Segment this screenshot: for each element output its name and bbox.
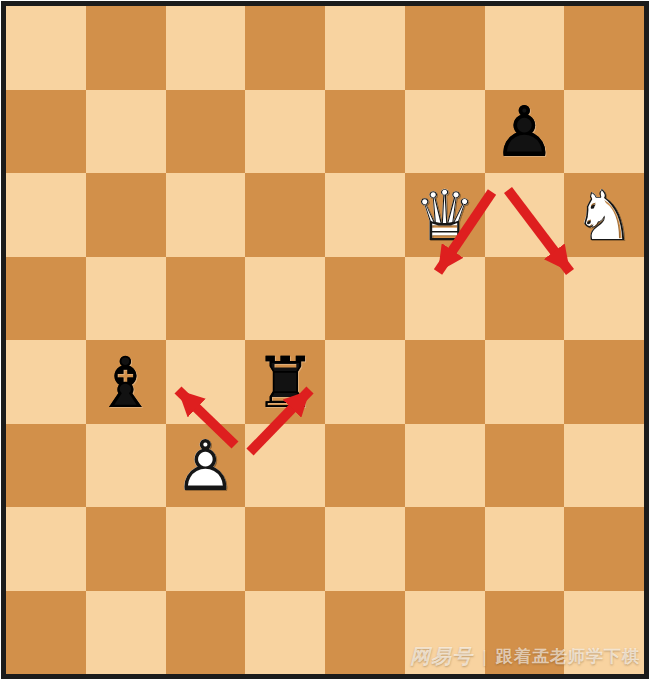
square-e4[interactable] bbox=[325, 340, 405, 424]
square-b2[interactable] bbox=[86, 507, 166, 591]
square-c3[interactable]: ♟♙ bbox=[166, 424, 246, 508]
square-e6[interactable] bbox=[325, 173, 405, 257]
square-h6[interactable]: ♞♘ bbox=[564, 173, 644, 257]
square-a4[interactable] bbox=[6, 340, 86, 424]
square-b4[interactable]: ♝♗ bbox=[86, 340, 166, 424]
square-f2[interactable] bbox=[405, 507, 485, 591]
square-h4[interactable] bbox=[564, 340, 644, 424]
black-pawn-outline: ♙ bbox=[493, 97, 556, 167]
square-c1[interactable] bbox=[166, 591, 246, 675]
square-d8[interactable] bbox=[245, 6, 325, 90]
square-c5[interactable] bbox=[166, 257, 246, 341]
square-a6[interactable] bbox=[6, 173, 86, 257]
square-f3[interactable] bbox=[405, 424, 485, 508]
square-g1[interactable] bbox=[485, 591, 565, 675]
square-a1[interactable] bbox=[6, 591, 86, 675]
square-d3[interactable] bbox=[245, 424, 325, 508]
square-c2[interactable] bbox=[166, 507, 246, 591]
black-pawn[interactable]: ♟♙ bbox=[485, 90, 565, 174]
square-d6[interactable] bbox=[245, 173, 325, 257]
square-b3[interactable] bbox=[86, 424, 166, 508]
chess-diagram: ♟♙♛♕♞♘♝♗♜♖♟♙ 网易号 | 跟着孟老师学下棋 bbox=[0, 0, 650, 679]
square-d5[interactable] bbox=[245, 257, 325, 341]
square-f4[interactable] bbox=[405, 340, 485, 424]
white-queen[interactable]: ♛♕ bbox=[405, 173, 485, 257]
square-a3[interactable] bbox=[6, 424, 86, 508]
square-b7[interactable] bbox=[86, 90, 166, 174]
square-a5[interactable] bbox=[6, 257, 86, 341]
square-b1[interactable] bbox=[86, 591, 166, 675]
square-g5[interactable] bbox=[485, 257, 565, 341]
chess-board: ♟♙♛♕♞♘♝♗♜♖♟♙ bbox=[6, 6, 644, 674]
square-h8[interactable] bbox=[564, 6, 644, 90]
square-c4[interactable] bbox=[166, 340, 246, 424]
square-h7[interactable] bbox=[564, 90, 644, 174]
black-rook[interactable]: ♜♖ bbox=[245, 340, 325, 424]
square-f1[interactable] bbox=[405, 591, 485, 675]
square-f5[interactable] bbox=[405, 257, 485, 341]
square-c7[interactable] bbox=[166, 90, 246, 174]
white-pawn[interactable]: ♟♙ bbox=[166, 424, 246, 508]
square-a7[interactable] bbox=[6, 90, 86, 174]
square-g2[interactable] bbox=[485, 507, 565, 591]
white-knight[interactable]: ♞♘ bbox=[564, 173, 644, 257]
square-b5[interactable] bbox=[86, 257, 166, 341]
board-frame: ♟♙♛♕♞♘♝♗♜♖♟♙ bbox=[1, 1, 649, 679]
square-d2[interactable] bbox=[245, 507, 325, 591]
square-a8[interactable] bbox=[6, 6, 86, 90]
square-d4[interactable]: ♜♖ bbox=[245, 340, 325, 424]
square-a2[interactable] bbox=[6, 507, 86, 591]
square-d7[interactable] bbox=[245, 90, 325, 174]
square-h3[interactable] bbox=[564, 424, 644, 508]
square-c6[interactable] bbox=[166, 173, 246, 257]
black-rook-outline: ♖ bbox=[254, 348, 317, 418]
square-e8[interactable] bbox=[325, 6, 405, 90]
square-e3[interactable] bbox=[325, 424, 405, 508]
square-g4[interactable] bbox=[485, 340, 565, 424]
square-e1[interactable] bbox=[325, 591, 405, 675]
black-bishop-outline: ♗ bbox=[94, 348, 157, 418]
square-b8[interactable] bbox=[86, 6, 166, 90]
black-bishop[interactable]: ♝♗ bbox=[86, 340, 166, 424]
white-knight-outline: ♘ bbox=[573, 181, 636, 251]
square-f6[interactable]: ♛♕ bbox=[405, 173, 485, 257]
square-e2[interactable] bbox=[325, 507, 405, 591]
square-g6[interactable] bbox=[485, 173, 565, 257]
square-d1[interactable] bbox=[245, 591, 325, 675]
square-h1[interactable] bbox=[564, 591, 644, 675]
square-b6[interactable] bbox=[86, 173, 166, 257]
square-e5[interactable] bbox=[325, 257, 405, 341]
square-e7[interactable] bbox=[325, 90, 405, 174]
square-g7[interactable]: ♟♙ bbox=[485, 90, 565, 174]
square-g3[interactable] bbox=[485, 424, 565, 508]
white-pawn-outline: ♙ bbox=[174, 431, 237, 501]
square-h5[interactable] bbox=[564, 257, 644, 341]
square-h2[interactable] bbox=[564, 507, 644, 591]
white-queen-outline: ♕ bbox=[413, 181, 476, 251]
square-c8[interactable] bbox=[166, 6, 246, 90]
square-g8[interactable] bbox=[485, 6, 565, 90]
square-f8[interactable] bbox=[405, 6, 485, 90]
square-f7[interactable] bbox=[405, 90, 485, 174]
